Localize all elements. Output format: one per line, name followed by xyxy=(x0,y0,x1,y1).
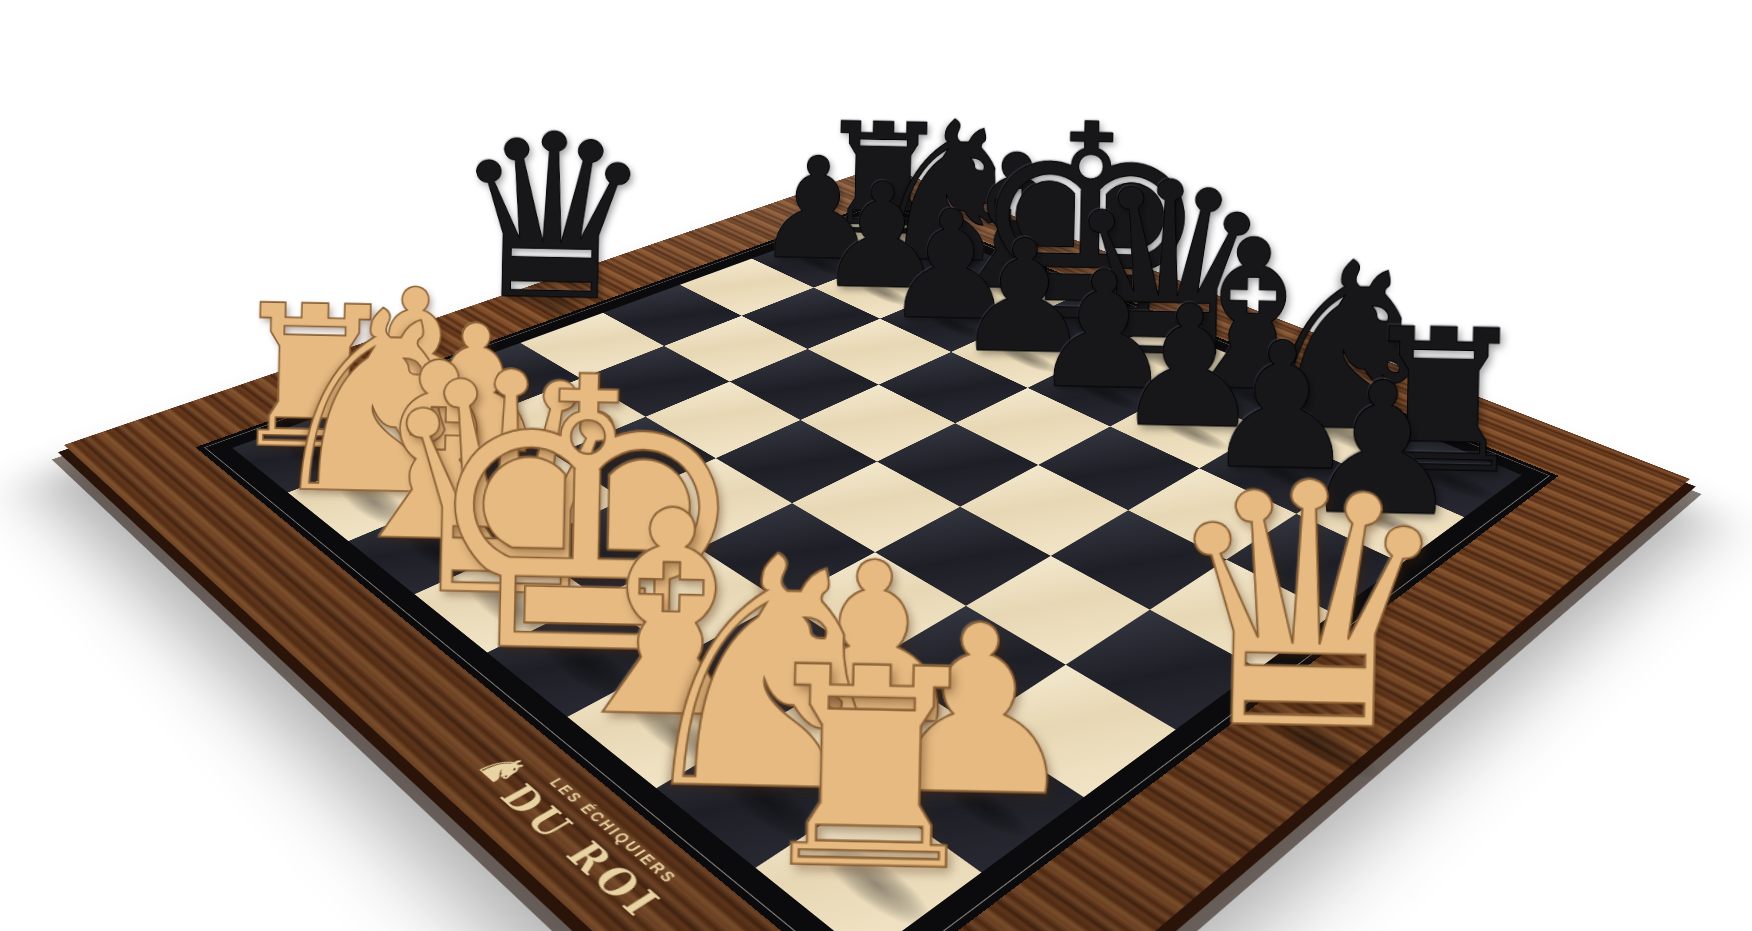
square-f5[interactable] xyxy=(960,465,1128,556)
white-queen-glyph: ♛ xyxy=(1152,436,1461,779)
chess-board: ♞ LES ÉCHIQUIERS DU ROI ♜♞♝♛♚♝♞♜♟♟♟♟♜♞♝♚… xyxy=(64,165,1690,931)
scene: ♞ LES ÉCHIQUIERS DU ROI ♜♞♝♛♚♝♞♜♟♟♟♟♜♞♝♚… xyxy=(0,0,1752,931)
photo-canvas: ♞ LES ÉCHIQUIERS DU ROI ♜♞♝♛♚♝♞♜♟♟♟♟♜♞♝♚… xyxy=(0,0,1752,931)
white-rook-glyph: ♜ xyxy=(744,630,996,910)
